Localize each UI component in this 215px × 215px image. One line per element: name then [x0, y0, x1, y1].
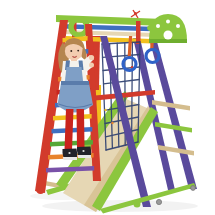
ladder-foot-cap [36, 185, 45, 194]
girl-waistband [61, 81, 89, 85]
play-gym-illustration [0, 0, 215, 215]
rope-tie [131, 10, 140, 18]
girl-hand-lower [89, 63, 94, 68]
arc-cap [149, 14, 187, 43]
girl-hand-upper [89, 55, 94, 60]
girl-leg-left [65, 109, 74, 150]
product-photo [0, 0, 215, 215]
girl-leg-right [77, 109, 85, 148]
girl-sole-left [63, 157, 77, 160]
beam-connector-right [136, 21, 141, 44]
girl-sole-right [77, 155, 91, 158]
